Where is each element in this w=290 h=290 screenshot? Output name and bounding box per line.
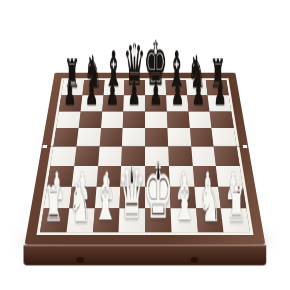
white-rook-h1: ♜ xyxy=(226,180,248,229)
chessboard-frame: ♜♞♝♛♚♝♞♜♟♟♟♟♟♟♟♟♟♟♟♟♟♟♟♟♜♞♝♛♚♝♞♜ xyxy=(25,73,266,245)
board-front-edge xyxy=(24,245,267,266)
black-pawn-a7: ♟ xyxy=(63,77,77,109)
fold-hinge-notch-right xyxy=(243,145,248,148)
square-e6 xyxy=(145,111,167,128)
king-finial-icon xyxy=(156,160,159,180)
square-b5 xyxy=(76,128,100,146)
square-a1: ♜ xyxy=(40,208,69,232)
square-h6 xyxy=(210,111,234,128)
square-e1: ♚ xyxy=(145,208,171,232)
square-f5 xyxy=(167,128,191,146)
square-a5 xyxy=(53,128,78,146)
black-pawn-c7: ♟ xyxy=(106,77,120,109)
perspective-wrapper: ♜♞♝♛♚♝♞♜♟♟♟♟♟♟♟♟♟♟♟♟♟♟♟♟♜♞♝♛♚♝♞♜ xyxy=(16,0,274,290)
black-pawn-f7: ♟ xyxy=(170,77,184,109)
square-f1: ♝ xyxy=(170,208,197,232)
square-e7: ♟ xyxy=(145,95,167,111)
square-e5 xyxy=(145,128,168,146)
white-knight-b1: ♞ xyxy=(67,173,92,229)
square-b6 xyxy=(78,111,102,128)
queen-finial-icon xyxy=(130,164,133,182)
square-a6 xyxy=(56,111,80,128)
square-d6 xyxy=(123,111,145,128)
queen-finial-icon xyxy=(133,42,136,57)
white-bishop-f1: ♝ xyxy=(171,169,198,230)
square-h5 xyxy=(212,128,237,146)
scene: ♜♞♝♛♚♝♞♜♟♟♟♟♟♟♟♟♟♟♟♟♟♟♟♟♜♞♝♛♚♝♞♜ xyxy=(16,0,274,290)
black-pawn-b7: ♟ xyxy=(84,77,98,109)
square-c6 xyxy=(101,111,124,128)
square-g6 xyxy=(188,111,212,128)
square-h4 xyxy=(214,146,240,165)
square-g5 xyxy=(189,128,213,146)
black-pawn-e7: ♟ xyxy=(149,77,163,109)
square-d5 xyxy=(122,128,145,146)
white-king-e1: ♚ xyxy=(141,154,175,230)
square-b1: ♞ xyxy=(66,208,94,232)
square-f6 xyxy=(167,111,190,128)
square-a4 xyxy=(50,146,76,165)
square-h1: ♜ xyxy=(221,208,250,232)
fold-hinge-notch-left xyxy=(42,145,47,148)
square-c5 xyxy=(99,128,123,146)
black-pawn-d7: ♟ xyxy=(127,77,141,109)
square-a7: ♟ xyxy=(59,95,82,111)
clasp-icon xyxy=(191,257,198,263)
white-knight-g1: ♞ xyxy=(198,173,223,229)
clasp-icon xyxy=(77,257,84,263)
black-pawn-h7: ♟ xyxy=(213,77,227,109)
square-g7: ♟ xyxy=(187,95,210,111)
square-f7: ♟ xyxy=(166,95,188,111)
chessboard: ♜♞♝♛♚♝♞♜♟♟♟♟♟♟♟♟♟♟♟♟♟♟♟♟♜♞♝♛♚♝♞♜ xyxy=(36,78,253,235)
black-pawn-g7: ♟ xyxy=(191,77,205,109)
square-h7: ♟ xyxy=(208,95,231,111)
square-c7: ♟ xyxy=(102,95,124,111)
square-d7: ♟ xyxy=(123,95,145,111)
king-finial-icon xyxy=(154,38,157,54)
photo-stage: ♜♞♝♛♚♝♞♜♟♟♟♟♟♟♟♟♟♟♟♟♟♟♟♟♜♞♝♛♚♝♞♜ xyxy=(0,0,290,290)
square-g1: ♞ xyxy=(196,208,224,232)
white-rook-a1: ♜ xyxy=(43,180,65,229)
square-b7: ♟ xyxy=(80,95,103,111)
